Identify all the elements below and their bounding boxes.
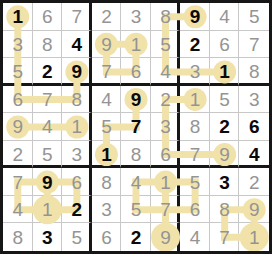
cell-r1c4[interactable]: 2 [92,3,122,31]
cell-r6c2[interactable]: 5 [33,141,63,169]
cell-r7c8[interactable]: 3 [210,168,240,196]
cell-r4c8[interactable]: 5 [210,86,240,114]
cell-r4c5[interactable]: 9 [121,86,151,114]
cell-r1c5[interactable]: 3 [121,3,151,31]
cell-r7c2[interactable]: 9 [33,168,63,196]
cell-r8c8[interactable]: 8 [210,196,240,224]
cell-r1c3[interactable]: 7 [62,3,92,31]
cell-r7c1[interactable]: 7 [3,168,33,196]
cell-r6c7[interactable]: 7 [180,141,210,169]
cell-r5c3[interactable]: 1 [62,113,92,141]
cell-r5c8[interactable]: 2 [210,113,240,141]
cell-r3c8[interactable]: 1 [210,58,240,86]
cell-r6c1[interactable]: 2 [3,141,33,169]
cell-r4c1[interactable]: 6 [3,86,33,114]
cell-r2c1[interactable]: 3 [3,31,33,59]
cell-r2c5[interactable]: 1 [121,31,151,59]
cell-r8c5[interactable]: 5 [121,196,151,224]
cell-r5c5[interactable]: 7 [121,113,151,141]
cell-r2c4[interactable]: 9 [92,31,122,59]
cell-r9c2[interactable]: 3 [33,223,63,251]
cell-r5c6[interactable]: 3 [151,113,181,141]
cell-r9c6[interactable]: 9 [151,223,181,251]
cell-r5c7[interactable]: 8 [180,113,210,141]
cell-r6c8[interactable]: 9 [210,141,240,169]
cell-r2c3[interactable]: 4 [62,31,92,59]
cell-r2c9[interactable]: 7 [239,31,269,59]
cell-r3c1[interactable]: 5 [3,58,33,86]
cell-r1c1[interactable]: 1 [3,3,33,31]
cell-r7c3[interactable]: 6 [62,168,92,196]
cell-r7c5[interactable]: 4 [121,168,151,196]
cell-r8c6[interactable]: 7 [151,196,181,224]
digits-grid: 1672389453849152675297643186784921539415… [3,3,269,251]
cell-r2c6[interactable]: 5 [151,31,181,59]
cell-r3c7[interactable]: 3 [180,58,210,86]
cell-r9c8[interactable]: 7 [210,223,240,251]
cell-r6c3[interactable]: 3 [62,141,92,169]
cell-r1c7[interactable]: 9 [180,3,210,31]
cell-r6c9[interactable]: 4 [239,141,269,169]
cell-r2c7[interactable]: 2 [180,31,210,59]
cell-r2c8[interactable]: 6 [210,31,240,59]
sudoku-board: 1672389453849152675297643186784921539415… [0,0,272,254]
cell-r5c9[interactable]: 6 [239,113,269,141]
cell-r4c2[interactable]: 7 [33,86,63,114]
cell-r4c7[interactable]: 1 [180,86,210,114]
cell-r9c5[interactable]: 2 [121,223,151,251]
cell-r8c9[interactable]: 9 [239,196,269,224]
cell-r9c9[interactable]: 1 [239,223,269,251]
cell-r1c9[interactable]: 5 [239,3,269,31]
cell-r2c2[interactable]: 8 [33,31,63,59]
cell-r9c7[interactable]: 4 [180,223,210,251]
cell-r3c4[interactable]: 7 [92,58,122,86]
cell-r3c6[interactable]: 4 [151,58,181,86]
cell-r6c4[interactable]: 1 [92,141,122,169]
cell-r6c6[interactable]: 6 [151,141,181,169]
cell-r8c4[interactable]: 3 [92,196,122,224]
cell-r5c1[interactable]: 9 [3,113,33,141]
cell-r7c7[interactable]: 5 [180,168,210,196]
cell-r8c7[interactable]: 6 [180,196,210,224]
cell-r7c6[interactable]: 1 [151,168,181,196]
cell-r9c3[interactable]: 5 [62,223,92,251]
cell-r5c4[interactable]: 5 [92,113,122,141]
cell-r9c4[interactable]: 6 [92,223,122,251]
cell-r8c3[interactable]: 2 [62,196,92,224]
cell-r4c4[interactable]: 4 [92,86,122,114]
cell-r4c3[interactable]: 8 [62,86,92,114]
cell-r5c2[interactable]: 4 [33,113,63,141]
cell-r3c3[interactable]: 9 [62,58,92,86]
cell-r4c6[interactable]: 2 [151,86,181,114]
cell-r8c2[interactable]: 1 [33,196,63,224]
cell-r6c5[interactable]: 8 [121,141,151,169]
cell-r1c8[interactable]: 4 [210,3,240,31]
cell-r4c9[interactable]: 3 [239,86,269,114]
cell-r1c6[interactable]: 8 [151,3,181,31]
cell-r9c1[interactable]: 8 [3,223,33,251]
cell-r7c9[interactable]: 2 [239,168,269,196]
cell-r7c4[interactable]: 8 [92,168,122,196]
cell-r3c2[interactable]: 2 [33,58,63,86]
cell-r3c9[interactable]: 8 [239,58,269,86]
cell-r3c5[interactable]: 6 [121,58,151,86]
cell-r1c2[interactable]: 6 [33,3,63,31]
cell-r8c1[interactable]: 4 [3,196,33,224]
